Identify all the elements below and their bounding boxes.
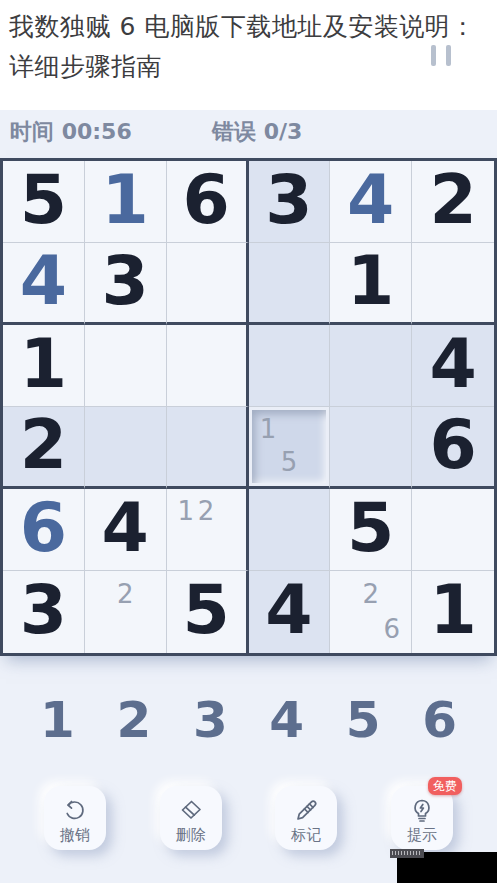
pencil-mark [299, 412, 320, 446]
given-digit: 1 [429, 576, 476, 648]
overlay-label [390, 849, 424, 858]
pencil-mark [216, 494, 236, 529]
pencil-mark [258, 446, 279, 480]
cell-r4c1[interactable]: 2 [3, 407, 85, 489]
cell-r3c3[interactable] [167, 325, 249, 407]
pause-bar [431, 45, 436, 66]
cell-r5c6[interactable] [412, 489, 494, 571]
cell-r5c3[interactable]: 12 [167, 489, 249, 571]
pencil-marks: 12 [167, 489, 246, 570]
pencil-icon [292, 797, 320, 825]
error-value: 0/3 [264, 119, 303, 144]
timer: 时间 00:56 [10, 117, 132, 147]
cell-r2c1[interactable]: 4 [3, 243, 85, 325]
cell-r5c5[interactable]: 5 [330, 489, 412, 571]
pause-bar [446, 45, 451, 66]
eraser-icon [177, 797, 205, 825]
numpad-1[interactable]: 1 [40, 695, 75, 745]
pencil-mark [360, 611, 381, 646]
pencil-mark [115, 611, 136, 646]
cell-r6c2[interactable]: 2 [85, 571, 167, 653]
undo-icon [61, 797, 89, 825]
erase-button[interactable]: 删除 [160, 786, 222, 850]
pencil-mark [216, 529, 236, 564]
numpad-5[interactable]: 5 [346, 695, 381, 745]
cell-r2c3[interactable] [167, 243, 249, 325]
notes-label: 标记 [291, 827, 321, 843]
given-digit: 1 [20, 330, 67, 402]
user-digit: 1 [102, 166, 149, 238]
cell-r1c1[interactable]: 5 [3, 161, 85, 243]
cell-r4c2[interactable] [85, 407, 167, 489]
cell-r4c6[interactable]: 6 [412, 407, 494, 489]
pencil-mark: 1 [258, 412, 279, 446]
cell-r6c4[interactable]: 4 [249, 571, 331, 653]
cell-r2c4[interactable] [249, 243, 331, 325]
given-digit: 5 [182, 576, 229, 648]
user-digit: 6 [20, 494, 67, 566]
cell-r5c4[interactable] [249, 489, 331, 571]
cell-r3c4[interactable] [249, 325, 331, 407]
pencil-mark [136, 576, 157, 611]
free-badge: 免费 [428, 777, 462, 795]
sudoku-board: 516342431142156641253254261 [0, 158, 497, 656]
page-title: 我数独贼 6 电脑版下载地址及安装说明：详细步骤指南 [9, 7, 487, 87]
cell-r6c1[interactable]: 3 [3, 571, 85, 653]
cell-r6c6[interactable]: 1 [412, 571, 494, 653]
given-digit: 1 [347, 247, 394, 319]
cell-r5c2[interactable]: 4 [85, 489, 167, 571]
timer-label: 时间 [10, 119, 54, 144]
notes-button[interactable]: 标记 [275, 786, 337, 850]
pencil-marks: 2 [85, 571, 166, 653]
numpad-4[interactable]: 4 [269, 695, 304, 745]
pencil-mark [339, 576, 360, 611]
game-hud: 时间 00:56 错误 0/3 [0, 117, 497, 145]
title-bar: 我数独贼 6 电脑版下载地址及安装说明：详细步骤指南 [0, 0, 497, 110]
given-digit: 2 [429, 166, 476, 238]
timer-value: 00:56 [62, 119, 132, 144]
user-digit: 4 [347, 166, 394, 238]
numpad-2[interactable]: 2 [116, 695, 151, 745]
cell-r6c3[interactable]: 5 [167, 571, 249, 653]
cell-r4c4[interactable]: 15 [249, 407, 331, 489]
pencil-marks: 26 [330, 571, 411, 653]
given-digit: 5 [20, 166, 67, 238]
given-digit: 3 [20, 576, 67, 648]
numpad-6[interactable]: 6 [422, 695, 457, 745]
error-counter: 错误 0/3 [212, 117, 302, 147]
pencil-mark [196, 529, 216, 564]
undo-label: 撤销 [60, 827, 90, 843]
given-digit: 6 [182, 166, 229, 238]
toolbar: 撤销 删除 标记 提示 免费 [0, 786, 497, 850]
cell-r3c1[interactable]: 1 [3, 325, 85, 407]
pencil-mark: 2 [115, 576, 136, 611]
erase-label: 删除 [176, 827, 206, 843]
undo-button[interactable]: 撤销 [44, 786, 106, 850]
given-digit: 3 [265, 166, 312, 238]
cell-r3c6[interactable]: 4 [412, 325, 494, 407]
lightbulb-icon [408, 797, 436, 825]
cell-r1c3[interactable]: 6 [167, 161, 249, 243]
given-digit: 4 [429, 330, 476, 402]
pencil-mark: 2 [196, 494, 216, 529]
pencil-mark [94, 611, 115, 646]
given-digit: 6 [429, 411, 476, 483]
cell-r1c2[interactable]: 1 [85, 161, 167, 243]
pencil-mark [381, 576, 402, 611]
hint-button[interactable]: 提示 免费 [391, 786, 453, 850]
cell-r2c2[interactable]: 3 [85, 243, 167, 325]
numpad-3[interactable]: 3 [193, 695, 228, 745]
error-label: 错误 [212, 119, 256, 144]
cell-r6c5[interactable]: 26 [330, 571, 412, 653]
pencil-mark: 6 [381, 611, 402, 646]
given-digit: 4 [102, 494, 149, 566]
number-pad: 123456 [0, 690, 497, 750]
given-digit: 5 [347, 494, 394, 566]
cell-r1c6[interactable]: 2 [412, 161, 494, 243]
pause-icon[interactable] [431, 45, 451, 66]
cell-r4c5[interactable] [330, 407, 412, 489]
cell-r1c5[interactable]: 4 [330, 161, 412, 243]
cell-r2c5[interactable]: 1 [330, 243, 412, 325]
pencil-mark [176, 529, 196, 564]
pencil-mark: 2 [360, 576, 381, 611]
given-digit: 4 [265, 576, 312, 648]
pencil-mark [278, 412, 299, 446]
user-digit: 4 [20, 247, 67, 319]
pencil-marks: 15 [249, 407, 330, 486]
cell-r5c1[interactable]: 6 [3, 489, 85, 571]
given-digit: 2 [20, 411, 67, 483]
cell-r3c2[interactable] [85, 325, 167, 407]
cell-r4c3[interactable] [167, 407, 249, 489]
pencil-mark [136, 611, 157, 646]
app-window: 我数独贼 6 电脑版下载地址及安装说明：详细步骤指南 时间 00:56 错误 0… [0, 0, 497, 883]
cell-r1c4[interactable]: 3 [249, 161, 331, 243]
hint-label: 提示 [407, 827, 437, 843]
cell-r2c6[interactable] [412, 243, 494, 325]
pencil-mark [94, 576, 115, 611]
pencil-mark [299, 446, 320, 480]
pencil-mark: 1 [176, 494, 196, 529]
pencil-mark [339, 611, 360, 646]
pencil-mark: 5 [278, 446, 299, 480]
cell-r3c5[interactable] [330, 325, 412, 407]
given-digit: 3 [102, 247, 149, 319]
